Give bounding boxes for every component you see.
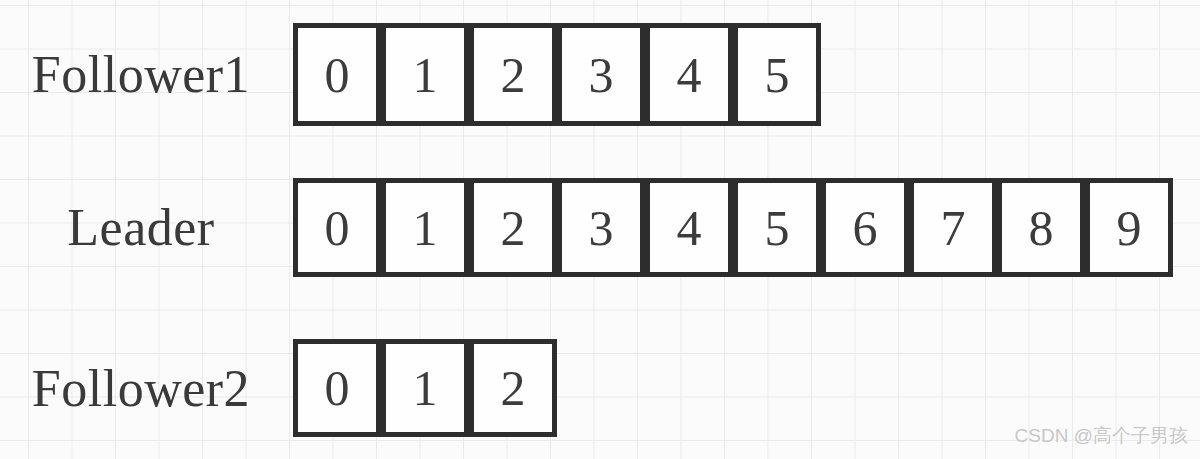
offset-cell-leader-2: 2: [469, 178, 557, 277]
offset-cell-follower2-2: 2: [469, 339, 557, 437]
offset-cell-leader-5: 5: [733, 178, 821, 277]
offset-cell-leader-9: 9: [1085, 178, 1173, 277]
log-row-follower1: Follower1 012345: [0, 23, 1200, 126]
offset-cell-leader-4: 4: [645, 178, 733, 277]
offset-cell-leader-8: 8: [997, 178, 1085, 277]
offset-cell-follower1-3: 3: [557, 23, 645, 126]
offset-cell-follower1-4: 4: [645, 23, 733, 126]
offset-cell-leader-3: 3: [557, 178, 645, 277]
offset-cell-leader-7: 7: [909, 178, 997, 277]
offset-cell-follower2-0: 0: [293, 339, 381, 437]
offset-cell-leader-1: 1: [381, 178, 469, 277]
offset-cell-leader-0: 0: [293, 178, 381, 277]
row-label-follower2: Follower2: [0, 339, 282, 437]
csdn-watermark: CSDN @高个子男孩: [1015, 423, 1188, 449]
offset-cells-leader: 0123456789: [293, 178, 1173, 277]
grid-paper-canvas: Follower1 012345 Leader 0123456789 Follo…: [0, 0, 1200, 459]
offset-cells-follower2: 012: [293, 339, 557, 437]
offset-cell-follower1-5: 5: [733, 23, 821, 126]
offset-cell-follower1-2: 2: [469, 23, 557, 126]
offset-cell-leader-6: 6: [821, 178, 909, 277]
log-row-leader: Leader 0123456789: [0, 178, 1200, 277]
offset-cell-follower1-0: 0: [293, 23, 381, 126]
offset-cells-follower1: 012345: [293, 23, 821, 126]
row-label-leader: Leader: [0, 178, 282, 277]
offset-cell-follower1-1: 1: [381, 23, 469, 126]
row-label-follower1: Follower1: [0, 23, 282, 126]
offset-cell-follower2-1: 1: [381, 339, 469, 437]
